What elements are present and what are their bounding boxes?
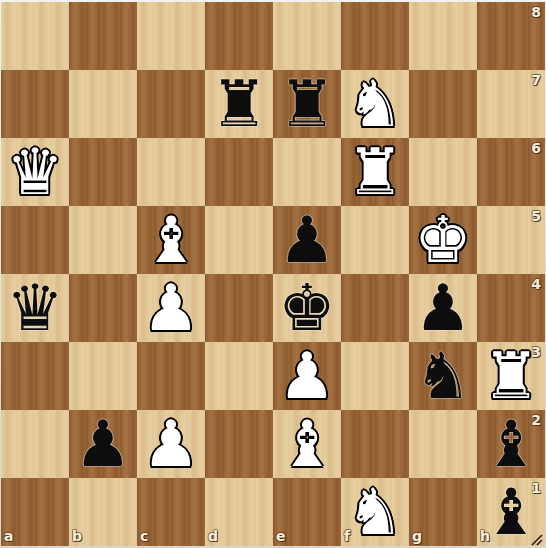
square-e3[interactable]: ♟: [273, 342, 341, 410]
square-g7[interactable]: [409, 70, 477, 138]
square-g3[interactable]: ♞: [409, 342, 477, 410]
square-b8[interactable]: [69, 2, 137, 70]
square-f1[interactable]: f♞: [341, 478, 409, 546]
piece-black-king-e4[interactable]: ♚: [273, 274, 341, 342]
square-a2[interactable]: [1, 410, 69, 478]
piece-black-knight-g3[interactable]: ♞: [409, 342, 477, 410]
square-h8[interactable]: 8: [477, 2, 545, 70]
square-e7[interactable]: ♜: [273, 70, 341, 138]
square-a7[interactable]: [1, 70, 69, 138]
file-label-a: a: [4, 529, 13, 543]
piece-white-pawn-e3[interactable]: ♟: [273, 342, 341, 410]
piece-black-pawn-g4[interactable]: ♟: [409, 274, 477, 342]
piece-white-king-g5[interactable]: ♚: [409, 206, 477, 274]
square-h4[interactable]: 4: [477, 274, 545, 342]
square-e5[interactable]: ♟: [273, 206, 341, 274]
square-f2[interactable]: [341, 410, 409, 478]
piece-black-pawn-b2[interactable]: ♟: [69, 410, 137, 478]
board-frame: 8♜♜♞7♛♜6♝♟♚5♛♟♚♟4♟♞3♜♟♟♝2♝abcdef♞gh1♝: [0, 0, 546, 548]
resize-grip-icon: [531, 534, 543, 546]
square-b5[interactable]: [69, 206, 137, 274]
square-c5[interactable]: ♝: [137, 206, 205, 274]
square-d1[interactable]: d: [205, 478, 273, 546]
piece-white-pawn-c2[interactable]: ♟: [137, 410, 205, 478]
square-f7[interactable]: ♞: [341, 70, 409, 138]
square-f8[interactable]: [341, 2, 409, 70]
square-h3[interactable]: 3♜: [477, 342, 545, 410]
square-f6[interactable]: ♜: [341, 138, 409, 206]
piece-white-knight-f7[interactable]: ♞: [341, 70, 409, 138]
square-c2[interactable]: ♟: [137, 410, 205, 478]
square-h7[interactable]: 7: [477, 70, 545, 138]
square-g8[interactable]: [409, 2, 477, 70]
resize-grip[interactable]: [531, 531, 543, 543]
piece-white-bishop-e2[interactable]: ♝: [273, 410, 341, 478]
file-label-b: b: [72, 529, 82, 543]
piece-white-queen-a6[interactable]: ♛: [1, 138, 69, 206]
piece-white-rook-h3[interactable]: ♜: [477, 342, 545, 410]
square-h2[interactable]: 2♝: [477, 410, 545, 478]
square-c1[interactable]: c: [137, 478, 205, 546]
square-d2[interactable]: [205, 410, 273, 478]
piece-black-pawn-e5[interactable]: ♟: [273, 206, 341, 274]
square-g4[interactable]: ♟: [409, 274, 477, 342]
rank-label-4: 4: [531, 277, 541, 291]
piece-white-knight-f1[interactable]: ♞: [341, 478, 409, 546]
square-d5[interactable]: [205, 206, 273, 274]
square-h6[interactable]: 6: [477, 138, 545, 206]
file-label-g: g: [412, 529, 422, 543]
piece-white-pawn-c4[interactable]: ♟: [137, 274, 205, 342]
square-f4[interactable]: [341, 274, 409, 342]
rank-label-6: 6: [531, 141, 541, 155]
square-f3[interactable]: [341, 342, 409, 410]
square-g2[interactable]: [409, 410, 477, 478]
piece-black-rook-e7[interactable]: ♜: [273, 70, 341, 138]
square-a4[interactable]: ♛: [1, 274, 69, 342]
square-e8[interactable]: [273, 2, 341, 70]
square-a3[interactable]: [1, 342, 69, 410]
square-d8[interactable]: [205, 2, 273, 70]
rank-label-8: 8: [531, 5, 541, 19]
file-label-d: d: [208, 529, 218, 543]
square-b3[interactable]: [69, 342, 137, 410]
piece-white-bishop-c5[interactable]: ♝: [137, 206, 205, 274]
square-c8[interactable]: [137, 2, 205, 70]
file-label-e: e: [276, 529, 286, 543]
square-e2[interactable]: ♝: [273, 410, 341, 478]
square-h5[interactable]: 5: [477, 206, 545, 274]
square-e6[interactable]: [273, 138, 341, 206]
square-f5[interactable]: [341, 206, 409, 274]
square-d7[interactable]: ♜: [205, 70, 273, 138]
square-c3[interactable]: [137, 342, 205, 410]
square-a6[interactable]: ♛: [1, 138, 69, 206]
square-d4[interactable]: [205, 274, 273, 342]
piece-black-queen-a4[interactable]: ♛: [1, 274, 69, 342]
square-c4[interactable]: ♟: [137, 274, 205, 342]
square-g5[interactable]: ♚: [409, 206, 477, 274]
square-g1[interactable]: g: [409, 478, 477, 546]
square-b6[interactable]: [69, 138, 137, 206]
chess-board: 8♜♜♞7♛♜6♝♟♚5♛♟♚♟4♟♞3♜♟♟♝2♝abcdef♞gh1♝: [1, 2, 545, 546]
square-b2[interactable]: ♟: [69, 410, 137, 478]
square-c7[interactable]: [137, 70, 205, 138]
square-d3[interactable]: [205, 342, 273, 410]
square-b4[interactable]: [69, 274, 137, 342]
square-c6[interactable]: [137, 138, 205, 206]
rank-label-5: 5: [531, 209, 541, 223]
square-a5[interactable]: [1, 206, 69, 274]
piece-white-rook-f6[interactable]: ♜: [341, 138, 409, 206]
square-a1[interactable]: a: [1, 478, 69, 546]
square-e4[interactable]: ♚: [273, 274, 341, 342]
square-e1[interactable]: e: [273, 478, 341, 546]
square-d6[interactable]: [205, 138, 273, 206]
square-g6[interactable]: [409, 138, 477, 206]
square-b1[interactable]: b: [69, 478, 137, 546]
square-b7[interactable]: [69, 70, 137, 138]
square-a8[interactable]: [1, 2, 69, 70]
piece-black-bishop-h2[interactable]: ♝: [477, 410, 545, 478]
rank-label-7: 7: [531, 73, 541, 87]
piece-black-rook-d7[interactable]: ♜: [205, 70, 273, 138]
file-label-c: c: [140, 529, 148, 543]
